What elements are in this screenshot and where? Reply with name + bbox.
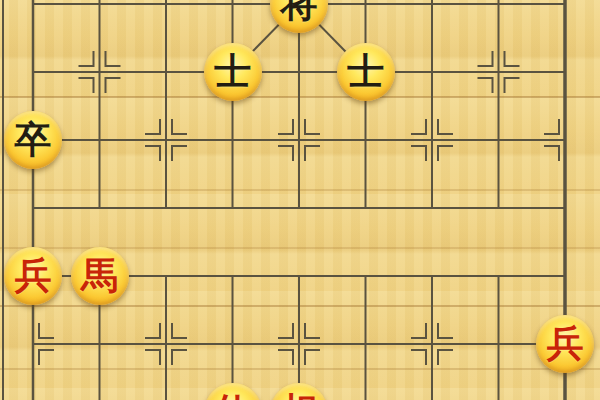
- piece-red-soldier-a5[interactable]: 兵: [4, 247, 62, 305]
- piece-black-advisor-d2[interactable]: 士: [204, 43, 262, 101]
- piece-red-advisor-d7[interactable]: 仕: [204, 383, 262, 400]
- piece-black-advisor-f2[interactable]: 士: [337, 43, 395, 101]
- xiangqi-board: 将士士卒兵馬兵仕相: [0, 0, 600, 400]
- piece-red-horse-b5[interactable]: 馬: [71, 247, 129, 305]
- piece-glyph: 兵: [547, 325, 584, 362]
- piece-red-elephant-e7[interactable]: 相: [270, 383, 328, 400]
- piece-black-soldier-a3[interactable]: 卒: [4, 111, 62, 169]
- piece-glyph: 馬: [81, 257, 118, 294]
- piece-glyph: 仕: [214, 393, 251, 400]
- piece-glyph: 卒: [15, 121, 52, 158]
- piece-black-general-e1[interactable]: 将: [270, 0, 328, 33]
- piece-glyph: 相: [281, 393, 318, 400]
- pieces-layer: 将士士卒兵馬兵仕相: [0, 0, 600, 400]
- piece-glyph: 兵: [15, 257, 52, 294]
- piece-glyph: 士: [347, 53, 384, 90]
- piece-glyph: 士: [214, 53, 251, 90]
- piece-red-soldier-i6[interactable]: 兵: [536, 315, 594, 373]
- piece-glyph: 将: [281, 0, 318, 22]
